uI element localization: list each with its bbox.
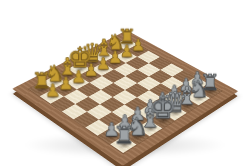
- chess-set-photo: ♜♞♝♚♛♝♞♜♟♟♟♟♟♟♟♟♟♟♟♟♟♟♟♟♜♞♝♚♛♝♞♜: [0, 0, 250, 166]
- rook-glyph: ♜: [106, 124, 141, 148]
- square-h1: ♜: [110, 136, 136, 153]
- square-h7: ♟: [40, 89, 64, 104]
